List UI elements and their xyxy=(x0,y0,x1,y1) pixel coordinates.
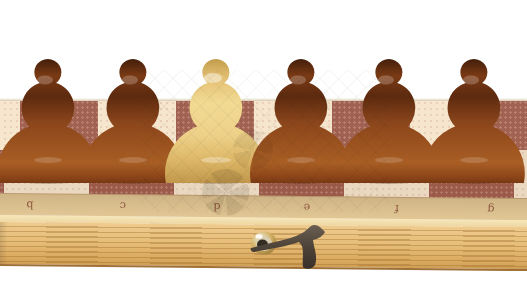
latch xyxy=(238,220,340,276)
watermark-circle xyxy=(202,169,249,216)
watermark-circle xyxy=(233,130,273,170)
latch-hook xyxy=(251,225,325,269)
latch-grommet-shine xyxy=(256,234,263,238)
pawn-dark-g1: ♟ xyxy=(398,25,527,223)
chessboard-photo: b c d e f g xyxy=(0,0,527,300)
